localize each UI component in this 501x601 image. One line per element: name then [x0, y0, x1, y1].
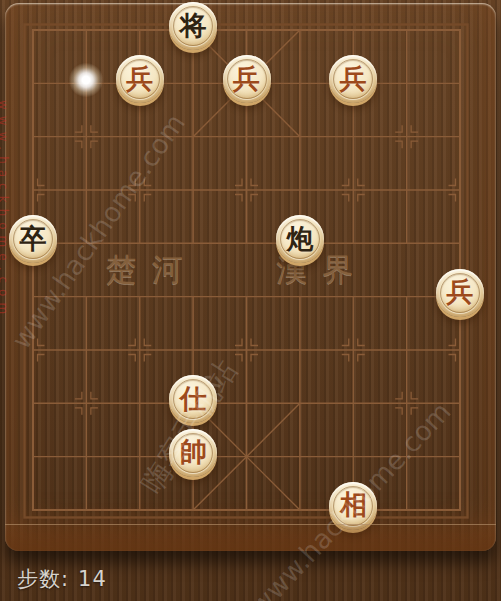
piece-character: 兵	[340, 65, 367, 92]
piece-character: 炮	[286, 225, 313, 252]
piece-character: 将	[180, 12, 207, 39]
piece-black-general[interactable]: 将	[169, 2, 217, 50]
move-counter: 步数:14	[17, 565, 107, 593]
piece-character: 兵	[233, 65, 260, 92]
piece-red-soldier[interactable]: 兵	[436, 269, 484, 317]
piece-red-soldier[interactable]: 兵	[223, 55, 271, 103]
piece-character: 卒	[20, 225, 47, 252]
river-label-chu-he: 楚河	[106, 249, 198, 291]
piece-character: 兵	[126, 65, 153, 92]
piece-red-soldier[interactable]: 兵	[116, 55, 164, 103]
move-counter-label: 步数:	[17, 567, 69, 591]
piece-black-cannon[interactable]: 炮	[276, 215, 324, 263]
piece-black-soldier[interactable]: 卒	[9, 215, 57, 263]
piece-character: 兵	[447, 278, 474, 305]
piece-red-general[interactable]: 帥	[169, 429, 217, 477]
move-counter-value: 14	[78, 567, 107, 591]
piece-red-elephant[interactable]: 相	[329, 482, 377, 530]
piece-character: 帥	[180, 438, 207, 465]
piece-character: 仕	[180, 385, 207, 412]
piece-character: 相	[340, 491, 367, 518]
xiangqi-board[interactable]: 楚河 漢界 将兵兵兵卒炮兵仕帥相	[5, 3, 496, 551]
app-screen: 楚河 漢界 将兵兵兵卒炮兵仕帥相 www.hackhome.com 嗨客手机站 …	[0, 0, 501, 601]
